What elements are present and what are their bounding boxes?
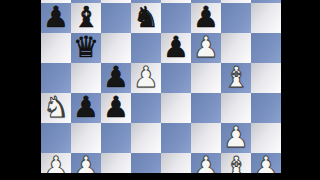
white-bishop: ♝ bbox=[221, 63, 251, 92]
video-frame: ♚♜♝♞♜♟♝♞♟♛♟♟♟♟♝♞♟♟♟♟♟♟♝♟ bbox=[0, 0, 320, 180]
letterbox-left bbox=[0, 0, 41, 180]
square-h5 bbox=[251, 63, 281, 93]
white-pawn: ♟ bbox=[191, 33, 221, 62]
black-knight: ♞ bbox=[221, 0, 251, 2]
square-f5 bbox=[191, 63, 221, 93]
black-pawn: ♟ bbox=[101, 63, 131, 92]
black-king: ♚ bbox=[101, 0, 131, 2]
letterbox-right bbox=[281, 0, 320, 180]
chess-board: ♚♜♝♞♜♟♝♞♟♛♟♟♟♟♝♞♟♟♟♟♟♟♝♟ bbox=[41, 0, 281, 180]
square-c3 bbox=[101, 123, 131, 153]
square-g6 bbox=[221, 33, 251, 63]
square-b7: ♝ bbox=[71, 3, 101, 33]
square-g4 bbox=[221, 93, 251, 123]
square-e7 bbox=[161, 3, 191, 33]
square-g5: ♝ bbox=[221, 63, 251, 93]
square-c6 bbox=[101, 33, 131, 63]
white-pawn: ♟ bbox=[221, 123, 251, 152]
square-a3 bbox=[41, 123, 71, 153]
square-g7 bbox=[221, 3, 251, 33]
square-c4: ♟ bbox=[101, 93, 131, 123]
square-e5 bbox=[161, 63, 191, 93]
square-e6: ♟ bbox=[161, 33, 191, 63]
square-f3 bbox=[191, 123, 221, 153]
square-h4 bbox=[251, 93, 281, 123]
black-knight: ♞ bbox=[131, 3, 161, 32]
square-b4: ♟ bbox=[71, 93, 101, 123]
white-pawn: ♟ bbox=[131, 63, 161, 92]
square-b3 bbox=[71, 123, 101, 153]
square-a7: ♟ bbox=[41, 3, 71, 33]
black-pawn: ♟ bbox=[161, 33, 191, 62]
square-h7 bbox=[251, 3, 281, 33]
square-d3 bbox=[131, 123, 161, 153]
square-b6: ♛ bbox=[71, 33, 101, 63]
letterbox-bottom bbox=[0, 173, 320, 180]
black-rook: ♜ bbox=[131, 0, 161, 2]
square-d6 bbox=[131, 33, 161, 63]
black-pawn: ♟ bbox=[101, 93, 131, 122]
square-h3 bbox=[251, 123, 281, 153]
square-d4 bbox=[131, 93, 161, 123]
black-pawn: ♟ bbox=[71, 93, 101, 122]
square-d7: ♞ bbox=[131, 3, 161, 33]
square-h6 bbox=[251, 33, 281, 63]
square-a6 bbox=[41, 33, 71, 63]
square-e3 bbox=[161, 123, 191, 153]
white-knight: ♞ bbox=[41, 93, 71, 122]
square-f7: ♟ bbox=[191, 3, 221, 33]
square-f4 bbox=[191, 93, 221, 123]
square-a4: ♞ bbox=[41, 93, 71, 123]
square-f6: ♟ bbox=[191, 33, 221, 63]
black-bishop: ♝ bbox=[71, 3, 101, 32]
square-e4 bbox=[161, 93, 191, 123]
black-pawn: ♟ bbox=[191, 3, 221, 32]
black-pawn: ♟ bbox=[41, 3, 71, 32]
black-queen: ♛ bbox=[71, 33, 101, 62]
black-bishop: ♝ bbox=[191, 0, 221, 2]
square-d5: ♟ bbox=[131, 63, 161, 93]
square-c5: ♟ bbox=[101, 63, 131, 93]
square-b5 bbox=[71, 63, 101, 93]
square-c7 bbox=[101, 3, 131, 33]
square-g3: ♟ bbox=[221, 123, 251, 153]
square-a5 bbox=[41, 63, 71, 93]
black-rook: ♜ bbox=[251, 0, 281, 2]
